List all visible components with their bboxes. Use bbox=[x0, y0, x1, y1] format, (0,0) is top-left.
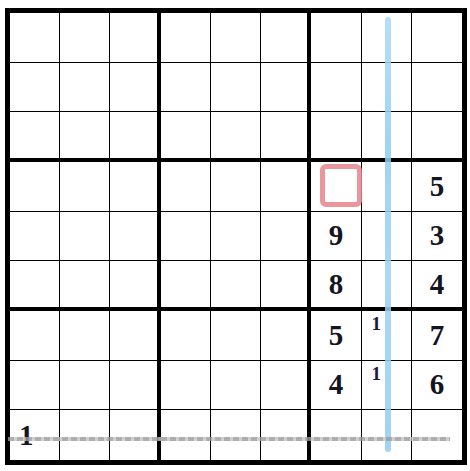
cell-r7c7[interactable]: 5 bbox=[311, 311, 361, 361]
cell-r5c1[interactable] bbox=[10, 212, 60, 262]
cell-r9c7[interactable] bbox=[311, 410, 361, 460]
given-digit: 7 bbox=[430, 321, 445, 350]
cell-r6c3[interactable] bbox=[110, 261, 160, 311]
given-digit: 9 bbox=[329, 221, 344, 250]
cell-r2c9[interactable] bbox=[412, 63, 462, 113]
cell-r4c1[interactable] bbox=[10, 162, 60, 212]
cell-r8c3[interactable] bbox=[110, 361, 160, 411]
cell-r4c6[interactable] bbox=[261, 162, 311, 212]
given-digit: 6 bbox=[430, 370, 445, 399]
cell-r2c2[interactable] bbox=[60, 63, 110, 113]
cell-r9c1[interactable]: 1 bbox=[10, 410, 60, 460]
cell-r4c7[interactable] bbox=[311, 162, 361, 212]
pencil-mark: 1 bbox=[372, 364, 382, 383]
cell-r2c4[interactable] bbox=[161, 63, 211, 113]
cell-r2c5[interactable] bbox=[211, 63, 261, 113]
pencil-mark: 1 bbox=[372, 314, 382, 333]
cell-r1c5[interactable] bbox=[211, 13, 261, 63]
cell-r2c3[interactable] bbox=[110, 63, 160, 113]
cell-r4c5[interactable] bbox=[211, 162, 261, 212]
given-digit: 5 bbox=[430, 172, 445, 201]
cell-r6c4[interactable] bbox=[161, 261, 211, 311]
cell-r1c4[interactable] bbox=[161, 13, 211, 63]
cell-r7c5[interactable] bbox=[211, 311, 261, 361]
cell-r5c8[interactable] bbox=[362, 212, 412, 262]
cell-r6c2[interactable] bbox=[60, 261, 110, 311]
cell-r6c6[interactable] bbox=[261, 261, 311, 311]
cell-r8c6[interactable] bbox=[261, 361, 311, 411]
cell-r5c5[interactable] bbox=[211, 212, 261, 262]
cell-r7c6[interactable] bbox=[261, 311, 311, 361]
cell-r5c2[interactable] bbox=[60, 212, 110, 262]
cell-r4c3[interactable] bbox=[110, 162, 160, 212]
cell-r5c4[interactable] bbox=[161, 212, 211, 262]
cell-r5c3[interactable] bbox=[110, 212, 160, 262]
cell-r2c8[interactable] bbox=[362, 63, 412, 113]
cell-r1c1[interactable] bbox=[10, 13, 60, 63]
cell-r6c5[interactable] bbox=[211, 261, 261, 311]
cell-r3c2[interactable] bbox=[60, 112, 110, 162]
cell-r3c4[interactable] bbox=[161, 112, 211, 162]
cell-r7c3[interactable] bbox=[110, 311, 160, 361]
given-digit: 4 bbox=[430, 270, 445, 299]
cell-r2c6[interactable] bbox=[261, 63, 311, 113]
cell-r7c2[interactable] bbox=[60, 311, 110, 361]
cell-r3c1[interactable] bbox=[10, 112, 60, 162]
cell-r4c9[interactable]: 5 bbox=[412, 162, 462, 212]
cell-r8c4[interactable] bbox=[161, 361, 211, 411]
cell-r8c1[interactable] bbox=[10, 361, 60, 411]
cell-r3c8[interactable] bbox=[362, 112, 412, 162]
cell-r6c9[interactable]: 4 bbox=[412, 261, 462, 311]
cell-r9c5[interactable] bbox=[211, 410, 261, 460]
cell-r3c5[interactable] bbox=[211, 112, 261, 162]
cell-r9c3[interactable] bbox=[110, 410, 160, 460]
cell-r3c6[interactable] bbox=[261, 112, 311, 162]
cell-r8c9[interactable]: 6 bbox=[412, 361, 462, 411]
cell-r9c6[interactable] bbox=[261, 410, 311, 460]
cell-r3c3[interactable] bbox=[110, 112, 160, 162]
cell-r9c9[interactable] bbox=[412, 410, 462, 460]
cell-r1c6[interactable] bbox=[261, 13, 311, 63]
cell-r6c7[interactable]: 8 bbox=[311, 261, 361, 311]
cell-r8c7[interactable]: 4 bbox=[311, 361, 361, 411]
cell-r8c2[interactable] bbox=[60, 361, 110, 411]
cell-r4c2[interactable] bbox=[60, 162, 110, 212]
cell-r5c6[interactable] bbox=[261, 212, 311, 262]
cell-r7c8[interactable]: 1 bbox=[362, 311, 412, 361]
cell-r4c8[interactable] bbox=[362, 162, 412, 212]
cell-r8c8[interactable]: 1 bbox=[362, 361, 412, 411]
cell-r3c7[interactable] bbox=[311, 112, 361, 162]
cell-r7c1[interactable] bbox=[10, 311, 60, 361]
cell-r5c9[interactable]: 3 bbox=[412, 212, 462, 262]
sudoku-board: 593845174161 bbox=[5, 8, 467, 465]
cell-r6c8[interactable] bbox=[362, 261, 412, 311]
given-digit: 3 bbox=[430, 221, 445, 250]
cell-r9c4[interactable] bbox=[161, 410, 211, 460]
cell-r1c2[interactable] bbox=[60, 13, 110, 63]
cell-r6c1[interactable] bbox=[10, 261, 60, 311]
cell-r5c7[interactable]: 9 bbox=[311, 212, 361, 262]
cell-r7c9[interactable]: 7 bbox=[412, 311, 462, 361]
cell-r3c9[interactable] bbox=[412, 112, 462, 162]
cell-r1c9[interactable] bbox=[412, 13, 462, 63]
cell-r8c5[interactable] bbox=[211, 361, 261, 411]
cell-r2c7[interactable] bbox=[311, 63, 361, 113]
given-digit: 1 bbox=[19, 421, 34, 450]
cell-r4c4[interactable] bbox=[161, 162, 211, 212]
cell-r2c1[interactable] bbox=[10, 63, 60, 113]
cell-r1c3[interactable] bbox=[110, 13, 160, 63]
cell-r9c8[interactable] bbox=[362, 410, 412, 460]
cell-r9c2[interactable] bbox=[60, 410, 110, 460]
given-digit: 8 bbox=[329, 270, 344, 299]
cell-r7c4[interactable] bbox=[161, 311, 211, 361]
cell-r1c8[interactable] bbox=[362, 13, 412, 63]
given-digit: 4 bbox=[329, 370, 344, 399]
given-digit: 5 bbox=[329, 321, 344, 350]
cell-r1c7[interactable] bbox=[311, 13, 361, 63]
